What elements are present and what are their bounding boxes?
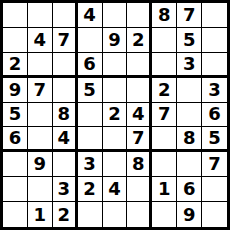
sudoku-cell-empty[interactable] [3, 202, 28, 227]
sudoku-cell-empty[interactable] [28, 3, 53, 28]
sudoku-cell-empty[interactable] [202, 202, 227, 227]
sudoku-cell-given[interactable]: 3 [177, 53, 202, 78]
sudoku-cell-given[interactable]: 8 [177, 127, 202, 152]
sudoku-cell-given[interactable]: 8 [127, 152, 152, 177]
sudoku-cell-given[interactable]: 4 [103, 177, 128, 202]
sudoku-cell-given[interactable]: 7 [152, 103, 177, 128]
sudoku-cell-given[interactable]: 3 [78, 152, 103, 177]
sudoku-cell-empty[interactable] [152, 127, 177, 152]
sudoku-cell-given[interactable]: 6 [78, 53, 103, 78]
sudoku-cell-empty[interactable] [103, 53, 128, 78]
sudoku-cell-given[interactable]: 4 [53, 127, 78, 152]
sudoku-cell-given[interactable]: 4 [28, 28, 53, 53]
sudoku-cell-given[interactable]: 5 [177, 28, 202, 53]
sudoku-cell-empty[interactable] [127, 3, 152, 28]
sudoku-cell-given[interactable]: 4 [78, 3, 103, 28]
sudoku-cell-given[interactable]: 1 [152, 177, 177, 202]
sudoku-cell-empty[interactable] [152, 28, 177, 53]
sudoku-cell-given[interactable]: 7 [127, 127, 152, 152]
sudoku-cell-empty[interactable] [53, 3, 78, 28]
sudoku-cell-given[interactable]: 6 [3, 127, 28, 152]
sudoku-cell-empty[interactable] [53, 152, 78, 177]
sudoku-cell-empty[interactable] [177, 103, 202, 128]
sudoku-cell-given[interactable]: 3 [202, 78, 227, 103]
sudoku-cell-empty[interactable] [78, 103, 103, 128]
sudoku-cell-empty[interactable] [127, 53, 152, 78]
sudoku-cell-empty[interactable] [177, 78, 202, 103]
sudoku-cell-given[interactable]: 8 [152, 3, 177, 28]
sudoku-cell-empty[interactable] [152, 53, 177, 78]
sudoku-cell-empty[interactable] [127, 78, 152, 103]
sudoku-cell-empty[interactable] [127, 177, 152, 202]
sudoku-cell-empty[interactable] [202, 3, 227, 28]
sudoku-cell-empty[interactable] [202, 28, 227, 53]
sudoku-cell-empty[interactable] [202, 177, 227, 202]
sudoku-cell-empty[interactable] [78, 28, 103, 53]
sudoku-cell-empty[interactable] [28, 53, 53, 78]
sudoku-cell-given[interactable]: 7 [177, 3, 202, 28]
sudoku-cell-empty[interactable] [103, 3, 128, 28]
sudoku-cell-empty[interactable] [3, 177, 28, 202]
sudoku-cell-empty[interactable] [28, 127, 53, 152]
sudoku-cell-given[interactable]: 5 [3, 103, 28, 128]
sudoku-cell-empty[interactable] [202, 53, 227, 78]
sudoku-cell-given[interactable]: 2 [3, 53, 28, 78]
sudoku-cell-given[interactable]: 6 [177, 177, 202, 202]
sudoku-cell-empty[interactable] [152, 202, 177, 227]
sudoku-cell-given[interactable]: 7 [28, 78, 53, 103]
sudoku-cell-given[interactable]: 9 [28, 152, 53, 177]
sudoku-cell-empty[interactable] [103, 127, 128, 152]
sudoku-cell-empty[interactable] [103, 202, 128, 227]
sudoku-cell-given[interactable]: 4 [127, 103, 152, 128]
sudoku-cell-given[interactable]: 2 [127, 28, 152, 53]
sudoku-board: 487479252639752358247664785938732416129 [0, 0, 230, 230]
sudoku-cell-empty[interactable] [53, 53, 78, 78]
sudoku-cell-given[interactable]: 5 [78, 78, 103, 103]
sudoku-cell-given[interactable]: 2 [78, 177, 103, 202]
sudoku-cell-given[interactable]: 3 [53, 177, 78, 202]
sudoku-cell-given[interactable]: 9 [177, 202, 202, 227]
sudoku-cell-given[interactable]: 2 [103, 103, 128, 128]
sudoku-cell-empty[interactable] [53, 78, 78, 103]
sudoku-cell-given[interactable]: 1 [28, 202, 53, 227]
sudoku-cell-empty[interactable] [28, 177, 53, 202]
sudoku-cell-empty[interactable] [3, 152, 28, 177]
sudoku-cell-empty[interactable] [177, 152, 202, 177]
sudoku-cell-given[interactable]: 7 [53, 28, 78, 53]
sudoku-cell-given[interactable]: 9 [103, 28, 128, 53]
sudoku-cell-empty[interactable] [103, 152, 128, 177]
sudoku-cell-empty[interactable] [28, 103, 53, 128]
sudoku-cell-empty[interactable] [78, 202, 103, 227]
sudoku-cell-given[interactable]: 5 [202, 127, 227, 152]
sudoku-cell-empty[interactable] [78, 127, 103, 152]
sudoku-cell-empty[interactable] [152, 152, 177, 177]
sudoku-cell-given[interactable]: 9 [3, 78, 28, 103]
sudoku-cell-given[interactable]: 6 [202, 103, 227, 128]
sudoku-cell-empty[interactable] [127, 202, 152, 227]
sudoku-cell-given[interactable]: 7 [202, 152, 227, 177]
sudoku-cell-empty[interactable] [3, 28, 28, 53]
sudoku-cell-empty[interactable] [103, 78, 128, 103]
sudoku-cell-given[interactable]: 2 [53, 202, 78, 227]
sudoku-cell-given[interactable]: 2 [152, 78, 177, 103]
sudoku-cell-given[interactable]: 8 [53, 103, 78, 128]
sudoku-cell-empty[interactable] [3, 3, 28, 28]
